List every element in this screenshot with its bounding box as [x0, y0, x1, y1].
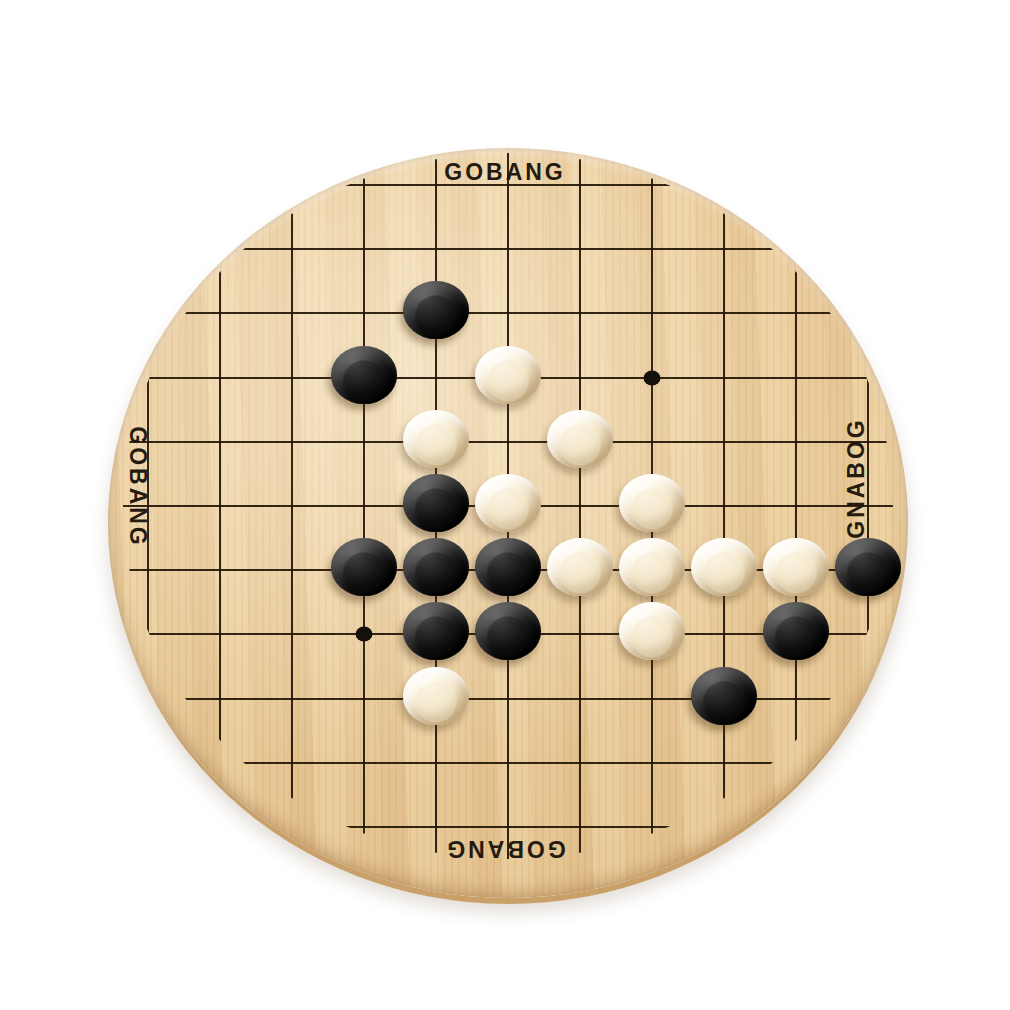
- black-stone-glyph: ●: [407, 538, 465, 596]
- black-stone-glyph: ●: [407, 602, 465, 660]
- stone-black[interactable]: ●: [475, 602, 541, 660]
- stone-white[interactable]: ●: [403, 410, 469, 468]
- stone-black[interactable]: ●: [403, 281, 469, 339]
- stone-black[interactable]: ●: [691, 667, 757, 725]
- stone-white[interactable]: ●: [547, 538, 613, 596]
- white-stone-glyph: ●: [479, 346, 537, 404]
- page-background: { "game": "gobang (gomoku / five-in-a-ro…: [0, 0, 1010, 1010]
- black-stone-glyph: ●: [407, 281, 465, 339]
- white-stone-glyph: ●: [551, 538, 609, 596]
- stone-white[interactable]: ●: [475, 474, 541, 532]
- stone-black[interactable]: ●: [403, 474, 469, 532]
- white-stone-glyph: ●: [623, 602, 681, 660]
- black-stone-glyph: ●: [335, 346, 393, 404]
- stone-white[interactable]: ●: [547, 410, 613, 468]
- stone-black[interactable]: ●: [763, 602, 829, 660]
- stone-white[interactable]: ●: [619, 602, 685, 660]
- black-stone-glyph: ●: [479, 602, 537, 660]
- black-stone-glyph: ●: [839, 538, 897, 596]
- white-stone-glyph: ●: [623, 538, 681, 596]
- stone-white[interactable]: ●: [403, 667, 469, 725]
- stone-black[interactable]: ●: [403, 538, 469, 596]
- stone-white[interactable]: ●: [619, 538, 685, 596]
- white-stone-glyph: ●: [767, 538, 825, 596]
- black-stone-glyph: ●: [695, 667, 753, 725]
- white-stone-glyph: ●: [695, 538, 753, 596]
- black-stone-glyph: ●: [335, 538, 393, 596]
- stone-black[interactable]: ●: [331, 346, 397, 404]
- stone-black[interactable]: ●: [475, 538, 541, 596]
- stone-white[interactable]: ●: [475, 346, 541, 404]
- white-stone-glyph: ●: [407, 410, 465, 468]
- black-stone-glyph: ●: [767, 602, 825, 660]
- star-point: [644, 370, 661, 385]
- stones-layer: ●●●●●●●●●●●●●●●●●●●●●●: [123, 153, 893, 859]
- black-stone-glyph: ●: [479, 538, 537, 596]
- white-stone-glyph: ●: [407, 667, 465, 725]
- stone-black[interactable]: ●: [403, 602, 469, 660]
- stone-white[interactable]: ●: [763, 538, 829, 596]
- stone-black[interactable]: ●: [331, 538, 397, 596]
- star-point: [356, 627, 373, 642]
- black-stone-glyph: ●: [407, 474, 465, 532]
- white-stone-glyph: ●: [623, 474, 681, 532]
- stone-white[interactable]: ●: [691, 538, 757, 596]
- stone-black[interactable]: ●: [835, 538, 901, 596]
- white-stone-glyph: ●: [479, 474, 537, 532]
- stone-white[interactable]: ●: [619, 474, 685, 532]
- white-stone-glyph: ●: [551, 410, 609, 468]
- gobang-board[interactable]: GOBANG GOBANG GOBANG GNABOG ●●●●●●●●●●●●…: [108, 148, 908, 898]
